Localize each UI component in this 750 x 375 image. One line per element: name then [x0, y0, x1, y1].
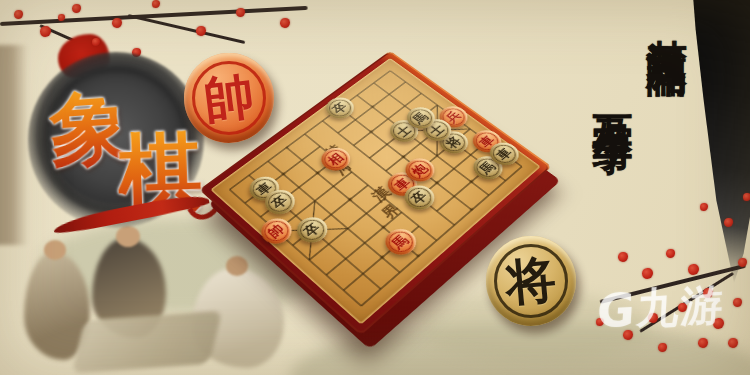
svg-text:✳: ✳	[414, 252, 423, 260]
plum-blossom	[280, 18, 290, 28]
piece-ring	[263, 188, 297, 215]
piece-red-horse[interactable]: 馬	[379, 224, 422, 260]
watermark-logo: G 九游	[596, 277, 727, 340]
big-red-general-piece: 帥	[184, 53, 274, 143]
piece-glyph: 車	[477, 134, 497, 150]
piece-glyph: 車	[494, 146, 514, 162]
svg-text:✳: ✳	[379, 224, 388, 232]
piece-red-cannon[interactable]: 炮	[399, 154, 440, 186]
piece-glyph: 士	[427, 122, 447, 137]
svg-text:✳: ✳	[467, 206, 476, 213]
svg-text:✳: ✳	[467, 178, 476, 185]
piece-black-horse[interactable]: 馬	[401, 103, 440, 133]
piece-black-chariot[interactable]: 車	[484, 138, 524, 170]
svg-text:✳: ✳	[367, 129, 376, 136]
piece-ring	[472, 155, 505, 181]
big-black-general-glyph: 将	[504, 254, 558, 308]
piece-red-elephant[interactable]: 相	[315, 143, 356, 175]
river-label-he: 河	[327, 156, 357, 180]
watermark-text: 九游	[635, 277, 726, 338]
piece-black-soldier[interactable]: 卒	[291, 212, 334, 247]
piece-glyph: 卒	[269, 194, 290, 211]
plum-blossom	[72, 4, 81, 13]
piece-ring	[471, 129, 503, 154]
piece-glyph: 車	[254, 180, 275, 197]
plum-blossom	[728, 338, 738, 348]
piece-black-advisor[interactable]: 士	[384, 116, 424, 147]
piece-ring	[405, 106, 436, 130]
plum-blossom	[236, 8, 245, 17]
plum-blossom	[743, 193, 750, 201]
piece-glyph: 卒	[330, 101, 349, 116]
piece-black-advisor[interactable]: 士	[417, 115, 457, 146]
svg-text:✳: ✳	[345, 196, 354, 203]
piece-black-soldier[interactable]: 卒	[259, 185, 301, 219]
piece-ring	[403, 184, 436, 211]
figure-head	[44, 240, 66, 260]
svg-text:✳: ✳	[377, 254, 386, 262]
plum-blossom	[152, 0, 160, 8]
piece-glyph: 士	[394, 123, 414, 138]
piece-red-chariot[interactable]: 車	[467, 126, 507, 157]
plum-blossom	[112, 18, 122, 28]
piece-glyph: 車	[392, 176, 413, 193]
piece-black-general[interactable]: 将	[434, 127, 474, 158]
xiangqi-banner: 楚河汉界相隔 万马千军纷争 象 棋 ✳✳✳✳✳✳✳✳✳✳✳✳✳✳ 楚 河 漢 界…	[0, 0, 750, 375]
piece-ring	[248, 175, 281, 202]
piece-glyph: 炮	[410, 162, 430, 178]
piece-glyph: 兵	[444, 109, 464, 124]
piece-ring	[388, 119, 420, 143]
svg-text:✳: ✳	[432, 179, 441, 186]
piece-black-soldier[interactable]: 卒	[320, 93, 359, 122]
plum-blossom	[733, 298, 742, 307]
piece-glyph: 将	[444, 135, 464, 151]
piece-glyph: 卒	[409, 189, 430, 206]
figure-head	[226, 256, 248, 276]
piece-ring	[438, 130, 470, 155]
piece-ring	[324, 96, 355, 120]
piece-ring	[438, 105, 469, 129]
piece-ring	[259, 217, 293, 245]
piece-glyph: 卒	[301, 221, 322, 239]
pieces-layer: 帥相馬車炮車兵将士士馬馬車車卒卒卒卒	[390, 58, 541, 167]
svg-text:✳: ✳	[282, 144, 291, 151]
piece-ring	[386, 171, 419, 198]
piece-ring	[295, 216, 329, 244]
piece-red-soldier[interactable]: 兵	[434, 102, 473, 132]
svg-text:✳: ✳	[336, 105, 344, 111]
piece-glyph: 帥	[266, 222, 287, 240]
river-label-chu: 楚	[319, 140, 349, 163]
plum-blossom	[14, 10, 23, 19]
piece-ring	[404, 157, 437, 183]
big-red-general-glyph: 帥	[201, 70, 257, 126]
piece-glyph: 馬	[390, 233, 412, 251]
river-label-han: 漢	[365, 182, 396, 207]
piece-black-soldier[interactable]: 卒	[399, 181, 441, 215]
piece-glyph: 相	[326, 151, 346, 167]
piece-glyph: 馬	[478, 160, 498, 176]
plum-blossom	[40, 26, 51, 37]
plum-branch	[128, 14, 246, 44]
svg-text:✳: ✳	[399, 154, 408, 161]
piece-ring	[421, 118, 453, 142]
tree-trunk	[0, 45, 28, 245]
watermark-g-icon: G	[596, 282, 637, 338]
piece-red-general[interactable]: 帥	[255, 213, 298, 249]
piece-black-horse[interactable]: 馬	[468, 152, 509, 184]
plum-blossom	[688, 264, 699, 275]
piece-red-chariot[interactable]: 車	[382, 168, 423, 201]
svg-text:✳: ✳	[279, 171, 288, 178]
piece-ring	[488, 141, 520, 166]
svg-text:✳: ✳	[368, 104, 376, 110]
piece-ring	[383, 227, 418, 256]
svg-text:✳: ✳	[313, 170, 322, 177]
big-black-general-piece: 将	[486, 236, 576, 326]
piece-glyph: 馬	[411, 110, 431, 125]
stone-table	[72, 311, 223, 374]
plum-blossom	[700, 203, 708, 211]
river-label-jie: 界	[375, 199, 406, 224]
piece-black-chariot[interactable]: 車	[244, 172, 285, 205]
piece-ring	[320, 146, 352, 172]
